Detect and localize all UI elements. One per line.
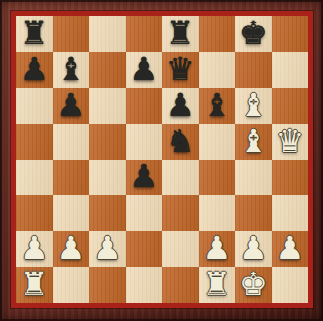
square-a7[interactable]: ♟	[16, 52, 53, 88]
square-g8[interactable]: ♚	[235, 16, 272, 52]
piece-black-pawn[interactable]: ♟	[129, 53, 158, 85]
square-e5[interactable]: ♞	[162, 124, 199, 160]
board-frame: ♜♜♚♟♝♟♛♟♟♝♝♞♝♛♟♟♟♟♟♟♟♜♜♚	[0, 0, 323, 321]
square-b6[interactable]: ♟	[53, 88, 90, 124]
square-a6[interactable]	[16, 88, 53, 124]
piece-black-pawn[interactable]: ♟	[20, 53, 49, 85]
board-inner-frame: ♜♜♚♟♝♟♛♟♟♝♝♞♝♛♟♟♟♟♟♟♟♜♜♚	[11, 11, 313, 308]
piece-white-pawn[interactable]: ♟	[239, 232, 268, 264]
square-h5[interactable]: ♛	[272, 124, 309, 160]
square-e6[interactable]: ♟	[162, 88, 199, 124]
square-b5[interactable]	[53, 124, 90, 160]
piece-white-bishop[interactable]: ♝	[239, 125, 268, 157]
piece-black-bishop[interactable]: ♝	[56, 53, 85, 85]
square-h8[interactable]	[272, 16, 309, 52]
square-f8[interactable]	[199, 16, 236, 52]
square-c5[interactable]	[89, 124, 126, 160]
square-h6[interactable]	[272, 88, 309, 124]
square-a8[interactable]: ♜	[16, 16, 53, 52]
piece-black-queen[interactable]: ♛	[166, 53, 195, 85]
square-b4[interactable]	[53, 160, 90, 196]
piece-black-pawn[interactable]: ♟	[166, 89, 195, 121]
piece-black-king[interactable]: ♚	[239, 17, 268, 49]
square-f4[interactable]	[199, 160, 236, 196]
square-c8[interactable]	[89, 16, 126, 52]
piece-black-rook[interactable]: ♜	[20, 17, 49, 49]
square-b7[interactable]: ♝	[53, 52, 90, 88]
square-g4[interactable]	[235, 160, 272, 196]
square-f7[interactable]	[199, 52, 236, 88]
square-c6[interactable]	[89, 88, 126, 124]
chess-board[interactable]: ♜♜♚♟♝♟♛♟♟♝♝♞♝♛♟♟♟♟♟♟♟♜♜♚	[16, 16, 308, 303]
square-h1[interactable]	[272, 267, 309, 303]
square-g7[interactable]	[235, 52, 272, 88]
piece-black-knight[interactable]: ♞	[166, 125, 195, 157]
square-c3[interactable]	[89, 195, 126, 231]
piece-white-pawn[interactable]: ♟	[20, 232, 49, 264]
square-e4[interactable]	[162, 160, 199, 196]
square-c1[interactable]	[89, 267, 126, 303]
square-c4[interactable]	[89, 160, 126, 196]
square-e1[interactable]	[162, 267, 199, 303]
square-f5[interactable]	[199, 124, 236, 160]
square-e8[interactable]: ♜	[162, 16, 199, 52]
square-b1[interactable]	[53, 267, 90, 303]
piece-black-bishop[interactable]: ♝	[202, 89, 231, 121]
piece-white-pawn[interactable]: ♟	[93, 232, 122, 264]
square-d1[interactable]	[126, 267, 163, 303]
square-b8[interactable]	[53, 16, 90, 52]
square-h7[interactable]	[272, 52, 309, 88]
square-a1[interactable]: ♜	[16, 267, 53, 303]
square-a4[interactable]	[16, 160, 53, 196]
square-f2[interactable]: ♟	[199, 231, 236, 267]
square-f1[interactable]: ♜	[199, 267, 236, 303]
square-a2[interactable]: ♟	[16, 231, 53, 267]
square-b3[interactable]	[53, 195, 90, 231]
square-d6[interactable]	[126, 88, 163, 124]
square-c7[interactable]	[89, 52, 126, 88]
piece-white-queen[interactable]: ♛	[275, 125, 304, 157]
square-g5[interactable]: ♝	[235, 124, 272, 160]
square-h3[interactable]	[272, 195, 309, 231]
square-d8[interactable]	[126, 16, 163, 52]
square-d3[interactable]	[126, 195, 163, 231]
square-d4[interactable]: ♟	[126, 160, 163, 196]
square-e2[interactable]	[162, 231, 199, 267]
piece-black-rook[interactable]: ♜	[166, 17, 195, 49]
square-b2[interactable]: ♟	[53, 231, 90, 267]
piece-white-bishop[interactable]: ♝	[239, 89, 268, 121]
piece-black-pawn[interactable]: ♟	[56, 89, 85, 121]
square-d7[interactable]: ♟	[126, 52, 163, 88]
square-c2[interactable]: ♟	[89, 231, 126, 267]
piece-white-pawn[interactable]: ♟	[202, 232, 231, 264]
piece-white-rook[interactable]: ♜	[202, 268, 231, 300]
square-a5[interactable]	[16, 124, 53, 160]
square-g6[interactable]: ♝	[235, 88, 272, 124]
piece-white-pawn[interactable]: ♟	[56, 232, 85, 264]
piece-black-pawn[interactable]: ♟	[129, 160, 158, 192]
square-d2[interactable]	[126, 231, 163, 267]
square-a3[interactable]	[16, 195, 53, 231]
square-f6[interactable]: ♝	[199, 88, 236, 124]
square-g2[interactable]: ♟	[235, 231, 272, 267]
square-h4[interactable]	[272, 160, 309, 196]
piece-white-pawn[interactable]: ♟	[275, 232, 304, 264]
piece-white-rook[interactable]: ♜	[20, 268, 49, 300]
square-h2[interactable]: ♟	[272, 231, 309, 267]
square-e3[interactable]	[162, 195, 199, 231]
square-g3[interactable]	[235, 195, 272, 231]
piece-white-king[interactable]: ♚	[239, 268, 268, 300]
square-e7[interactable]: ♛	[162, 52, 199, 88]
square-g1[interactable]: ♚	[235, 267, 272, 303]
square-f3[interactable]	[199, 195, 236, 231]
square-d5[interactable]	[126, 124, 163, 160]
